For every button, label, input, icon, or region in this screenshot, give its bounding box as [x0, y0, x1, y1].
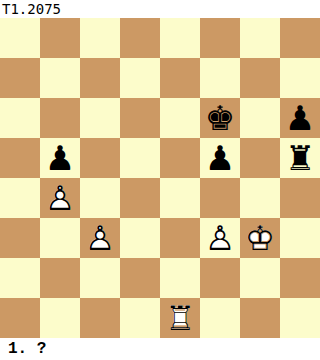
square-g7[interactable]	[240, 58, 280, 98]
square-b5[interactable]: ♟	[40, 138, 80, 178]
square-f1[interactable]	[200, 298, 240, 338]
square-e6[interactable]	[160, 98, 200, 138]
square-c6[interactable]	[80, 98, 120, 138]
square-d3[interactable]	[120, 218, 160, 258]
square-b6[interactable]	[40, 98, 80, 138]
square-c5[interactable]	[80, 138, 120, 178]
white-rook: ♖	[160, 298, 200, 338]
square-c2[interactable]	[80, 258, 120, 298]
square-e3[interactable]	[160, 218, 200, 258]
square-b1[interactable]	[40, 298, 80, 338]
square-f7[interactable]	[200, 58, 240, 98]
square-a5[interactable]	[0, 138, 40, 178]
black-king: ♚	[200, 98, 240, 138]
white-pawn-fill: ♟	[40, 178, 80, 218]
move-prompt: 1. ?	[0, 338, 320, 360]
square-f8[interactable]	[200, 18, 240, 58]
white-pawn-fill: ♟	[200, 218, 240, 258]
puzzle-id-title: T1.2075	[0, 0, 320, 18]
square-e2[interactable]	[160, 258, 200, 298]
square-a8[interactable]	[0, 18, 40, 58]
square-b3[interactable]	[40, 218, 80, 258]
square-e5[interactable]	[160, 138, 200, 178]
square-d5[interactable]	[120, 138, 160, 178]
square-c4[interactable]	[80, 178, 120, 218]
square-a6[interactable]	[0, 98, 40, 138]
square-c7[interactable]	[80, 58, 120, 98]
square-h6[interactable]: ♟	[280, 98, 320, 138]
black-pawn: ♟	[280, 98, 320, 138]
square-f3[interactable]: ♟♙	[200, 218, 240, 258]
black-pawn: ♟	[200, 138, 240, 178]
square-d6[interactable]	[120, 98, 160, 138]
square-e4[interactable]	[160, 178, 200, 218]
square-e8[interactable]	[160, 18, 200, 58]
square-a2[interactable]	[0, 258, 40, 298]
square-a4[interactable]	[0, 178, 40, 218]
square-d2[interactable]	[120, 258, 160, 298]
white-king: ♔	[240, 218, 280, 258]
square-d4[interactable]	[120, 178, 160, 218]
square-d8[interactable]	[120, 18, 160, 58]
square-e1[interactable]: ♜♖	[160, 298, 200, 338]
square-g8[interactable]	[240, 18, 280, 58]
square-h8[interactable]	[280, 18, 320, 58]
square-h2[interactable]	[280, 258, 320, 298]
square-a3[interactable]	[0, 218, 40, 258]
square-d7[interactable]	[120, 58, 160, 98]
square-g4[interactable]	[240, 178, 280, 218]
white-pawn: ♙	[200, 218, 240, 258]
square-h5[interactable]: ♜	[280, 138, 320, 178]
chess-puzzle-page: T1.2075 ♚♟♟♟♜♟♙♟♙♟♙♚♔♜♖ 1. ?	[0, 0, 320, 360]
chess-board: ♚♟♟♟♜♟♙♟♙♟♙♚♔♜♖	[0, 18, 320, 338]
square-g3[interactable]: ♚♔	[240, 218, 280, 258]
square-d1[interactable]	[120, 298, 160, 338]
square-f5[interactable]: ♟	[200, 138, 240, 178]
square-a1[interactable]	[0, 298, 40, 338]
square-c8[interactable]	[80, 18, 120, 58]
black-rook: ♜	[280, 138, 320, 178]
square-f4[interactable]	[200, 178, 240, 218]
square-f6[interactable]: ♚	[200, 98, 240, 138]
white-pawn-fill: ♟	[80, 218, 120, 258]
square-b8[interactable]	[40, 18, 80, 58]
square-e7[interactable]	[160, 58, 200, 98]
white-king-fill: ♚	[240, 218, 280, 258]
white-pawn: ♙	[80, 218, 120, 258]
square-g5[interactable]	[240, 138, 280, 178]
square-c3[interactable]: ♟♙	[80, 218, 120, 258]
black-pawn: ♟	[40, 138, 80, 178]
square-g1[interactable]	[240, 298, 280, 338]
square-h4[interactable]	[280, 178, 320, 218]
square-b7[interactable]	[40, 58, 80, 98]
square-a7[interactable]	[0, 58, 40, 98]
square-b2[interactable]	[40, 258, 80, 298]
white-pawn: ♙	[40, 178, 80, 218]
square-h3[interactable]	[280, 218, 320, 258]
square-g6[interactable]	[240, 98, 280, 138]
square-b4[interactable]: ♟♙	[40, 178, 80, 218]
square-f2[interactable]	[200, 258, 240, 298]
square-g2[interactable]	[240, 258, 280, 298]
square-c1[interactable]	[80, 298, 120, 338]
square-h7[interactable]	[280, 58, 320, 98]
white-rook-fill: ♜	[160, 298, 200, 338]
square-h1[interactable]	[280, 298, 320, 338]
